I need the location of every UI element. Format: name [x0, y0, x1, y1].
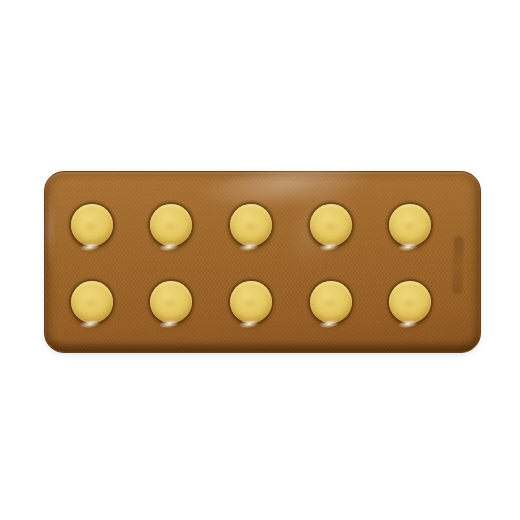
tablet-r2c5 [389, 281, 431, 323]
blister-cell-r1c2 [132, 186, 212, 263]
tablet-r2c1 [71, 281, 113, 323]
photo-background [0, 0, 520, 520]
blister-cell-r2c4 [291, 263, 371, 340]
bottom-edge-shadow [50, 340, 475, 351]
blister-pack [44, 171, 481, 353]
blister-cell-r2c5 [370, 263, 450, 340]
tablet-r1c5 [389, 204, 431, 246]
tablet-r2c4 [310, 281, 352, 323]
tablet-r1c3 [230, 204, 272, 246]
tablet-r1c1 [71, 204, 113, 246]
blister-cell-r1c1 [52, 186, 132, 263]
blister-cell-r1c3 [211, 186, 291, 263]
embossed-batch-mark [452, 236, 464, 294]
blister-cell-r1c4 [291, 186, 371, 263]
blister-cell-r2c2 [132, 263, 212, 340]
blister-cell-r1c5 [370, 186, 450, 263]
tablet-grid [52, 186, 450, 340]
tablet-r2c2 [150, 281, 192, 323]
blister-cell-r2c1 [52, 263, 132, 340]
tablet-r1c4 [310, 204, 352, 246]
tablet-r1c2 [150, 204, 192, 246]
blister-cell-r2c3 [211, 263, 291, 340]
tablet-r2c3 [230, 281, 272, 323]
